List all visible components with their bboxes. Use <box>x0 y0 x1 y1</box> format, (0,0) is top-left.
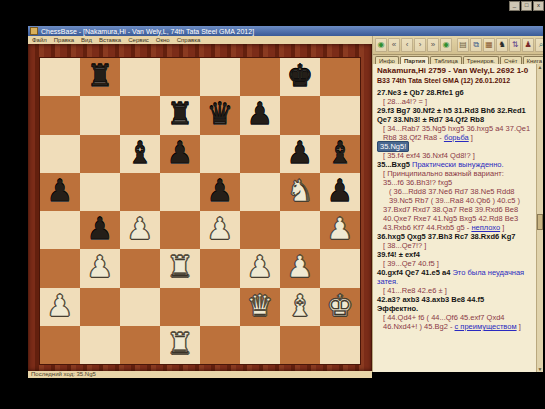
square-h3[interactable] <box>320 249 360 287</box>
square-h4[interactable]: ♟ <box>320 211 360 249</box>
notation-line: Эффектно. <box>377 304 534 313</box>
black-rook-d7[interactable]: ♜ <box>167 99 194 129</box>
square-e1[interactable] <box>200 326 240 364</box>
back-icon[interactable]: ‹ <box>401 38 413 52</box>
variation-text[interactable]: [ 28...a4!? = ] <box>383 97 427 106</box>
engine-icon[interactable]: ◉ <box>440 38 452 52</box>
annotation-link[interactable]: борьба <box>444 133 469 142</box>
square-e4[interactable]: ♟ <box>200 211 240 249</box>
square-d5[interactable] <box>160 173 200 211</box>
square-a3[interactable] <box>40 249 80 287</box>
white-rook-d3[interactable]: ♜ <box>167 252 194 282</box>
menu-item-Правка[interactable]: Правка <box>54 37 74 43</box>
square-b4[interactable]: ♟ <box>80 211 120 249</box>
comment-text[interactable]: Практически вынужденно. <box>412 160 504 169</box>
white-pawn-f3[interactable]: ♟ <box>247 252 274 282</box>
notation-scrollbar[interactable]: ▲ ▼ <box>536 64 543 372</box>
notation-line: 40.gxf4 Qe7 41.e5 a4 Это была неудачная … <box>377 268 534 286</box>
notation-line: [ 39...Qe7 40.f5 ] <box>377 259 534 268</box>
black-pawn-b4[interactable]: ♟ <box>87 214 114 244</box>
scroll-up-icon[interactable]: ▲ <box>537 64 543 70</box>
notation-panel: ◉«‹›»◉▤⧉▦♞⇅♟⌕✉⚑✦▭ ИнфоПартияТаблицаТрени… <box>372 36 543 372</box>
square-h2[interactable]: ♚ <box>320 288 360 326</box>
notation-line: ( 36...Rdd8 37.Ne6 Rd7 38.Ne5 Rdd8 39.Nc… <box>377 187 534 205</box>
black-pawn-e5[interactable]: ♟ <box>207 176 234 206</box>
notation-line: 27.Ne3 ± Qb7 28.Rfe1 g6 <box>377 88 534 97</box>
square-d3[interactable]: ♜ <box>160 249 200 287</box>
move-text[interactable]: 36.hxg5 Qxg5 37.Bh3 Rc7 38.Rxd6 Kg7 <box>377 232 515 241</box>
white-pawn-e4[interactable]: ♟ <box>207 214 234 244</box>
notation-line: 39.f4! ± exf4 <box>377 250 534 259</box>
square-f8[interactable] <box>240 58 280 96</box>
status-bar: Последний ход: 35.Ng5 <box>28 371 372 378</box>
variation-text[interactable]: 35...f6 36.Bh3!? fxg5 <box>383 178 452 187</box>
square-b8[interactable]: ♜ <box>80 58 120 96</box>
black-bishop-c6[interactable]: ♝ <box>127 138 154 168</box>
move-text[interactable]: 42.a3? axb3 43.axb3 Be8 44.f5 <box>377 295 484 304</box>
chess-board: ♜♚♜♛♟♝♟♟♝♟♟♞♟♟♟♟♟♟♜♟♟♟♛♝♚♜ <box>40 58 360 364</box>
move-text[interactable]: 40.gxf4 Qe7 41.e5 a4 <box>377 268 452 277</box>
variation-text[interactable]: [ 39...Qe7 40.f5 ] <box>383 259 439 268</box>
notation-line: [ 41...Re8 42.e6 ± ] <box>377 286 534 295</box>
black-king-g8[interactable]: ♚ <box>287 61 314 91</box>
close-button[interactable]: x <box>533 1 544 11</box>
white-pawn-g3[interactable]: ♟ <box>287 252 314 282</box>
flip-board-icon[interactable]: ⇅ <box>509 38 521 52</box>
square-g1[interactable] <box>280 326 320 364</box>
square-f3[interactable]: ♟ <box>240 249 280 287</box>
square-g5[interactable]: ♞ <box>280 173 320 211</box>
notation-line: 29.f3 Bg7 30.Nf2 ± h5 31.Rd3 Bh6 32.Red1… <box>377 106 534 124</box>
app-window: ChessBase - [Nakamura,Hi - Van Wely,L, 7… <box>0 0 545 409</box>
title-bar[interactable]: ChessBase - [Nakamura,Hi - Van Wely,L, 7… <box>28 26 543 36</box>
notation-line: 42.a3? axb3 43.axb3 Be8 44.f5 <box>377 295 534 304</box>
new-icon[interactable]: ▤ <box>457 38 469 52</box>
square-h1[interactable] <box>320 326 360 364</box>
notation-line: 35...Bxg5 Практически вынужденно. <box>377 160 534 169</box>
board-frame: ♜♚♜♛♟♝♟♟♝♟♟♞♟♟♟♟♟♟♜♟♟♟♛♝♚♜ <box>28 44 372 371</box>
square-c8[interactable] <box>120 58 160 96</box>
square-b7[interactable] <box>80 96 120 134</box>
square-c7[interactable] <box>120 96 160 134</box>
square-e8[interactable] <box>200 58 240 96</box>
square-h6[interactable]: ♝ <box>320 135 360 173</box>
notation-line: 35...f6 36.Bh3!? fxg5 <box>377 178 534 187</box>
minimize-button[interactable]: _ <box>509 1 520 11</box>
square-d8[interactable] <box>160 58 200 96</box>
square-b6[interactable] <box>80 135 120 173</box>
square-f1[interactable] <box>240 326 280 364</box>
square-d2[interactable] <box>160 288 200 326</box>
menu-item-Окно[interactable]: Окно <box>156 37 170 43</box>
black-pawn-h5[interactable]: ♟ <box>327 176 354 206</box>
square-h8[interactable] <box>320 58 360 96</box>
app-icon <box>30 27 38 35</box>
notation-line: [ 38...Qe7!? ] <box>377 241 534 250</box>
variation-text[interactable]: ] <box>469 133 473 142</box>
square-g6[interactable]: ♟ <box>280 135 320 173</box>
variation-text[interactable]: [ 38...Qe7!? ] <box>383 241 426 250</box>
white-king-h2[interactable]: ♚ <box>327 291 354 321</box>
scroll-down-icon[interactable]: ▼ <box>537 366 543 372</box>
move-text[interactable]: 27.Ne3 ± Qb7 28.Rfe1 g6 <box>377 88 464 97</box>
move-text[interactable]: 35...Bxg5 <box>377 160 412 169</box>
notation-area[interactable]: Nakamura,Hi 2759 - Van Wely,L 2692 1-0 B… <box>373 64 536 372</box>
maximize-button[interactable]: □ <box>521 1 532 11</box>
square-c1[interactable] <box>120 326 160 364</box>
square-h5[interactable]: ♟ <box>320 173 360 211</box>
black-rook-b8[interactable]: ♜ <box>87 61 114 91</box>
menu-item-Файл[interactable]: Файл <box>32 37 47 43</box>
variation-text[interactable]: ( 36...Rdd8 37.Ne6 Rd7 38.Ne5 Rdd8 39.Nc… <box>389 187 520 205</box>
notation-line: [ 44.Qd4+ f6 ( 44...Qf6 45.exf7 Qxd4 46.… <box>377 313 534 331</box>
square-c5[interactable] <box>120 173 160 211</box>
square-a1[interactable] <box>40 326 80 364</box>
variation-text[interactable]: [ Принципиально важный вариант: <box>383 169 504 178</box>
square-f7[interactable]: ♟ <box>240 96 280 134</box>
white-queen-f2[interactable]: ♛ <box>247 291 274 321</box>
go-start-icon[interactable]: « <box>388 38 400 52</box>
square-e7[interactable]: ♛ <box>200 96 240 134</box>
square-c6[interactable]: ♝ <box>120 135 160 173</box>
black-pawn-g6[interactable]: ♟ <box>287 138 314 168</box>
copy-icon[interactable]: ⧉ <box>470 38 482 52</box>
black-queen-e7[interactable]: ♛ <box>207 99 234 129</box>
white-rook-d1[interactable]: ♜ <box>167 329 194 359</box>
square-c4[interactable]: ♟ <box>120 211 160 249</box>
move-text[interactable]: 39.f4! ± exf4 <box>377 250 420 259</box>
square-b3[interactable]: ♟ <box>80 249 120 287</box>
move-text[interactable]: Эффектно. <box>377 304 418 313</box>
move-text[interactable]: 29.f3 Bg7 30.Nf2 ± h5 31.Rd3 Bh6 32.Red1… <box>377 106 526 124</box>
square-g2[interactable]: ♝ <box>280 288 320 326</box>
square-d4[interactable] <box>160 211 200 249</box>
square-f5[interactable] <box>240 173 280 211</box>
variation-text[interactable]: ] <box>500 223 504 232</box>
menu-item-Сервис[interactable]: Сервис <box>128 37 149 43</box>
notation-line: 35.Ng5! <box>377 142 534 151</box>
paste-icon[interactable]: ▦ <box>483 38 495 52</box>
square-g7[interactable] <box>280 96 320 134</box>
notation-line: 36.hxg5 Qxg5 37.Bh3 Rc7 38.Rxd6 Kg7 <box>377 232 534 241</box>
variation-text[interactable]: ] <box>517 322 521 331</box>
record-icon[interactable]: ◉ <box>375 38 387 52</box>
menu-item-Вид[interactable]: Вид <box>81 37 92 43</box>
notation-line: [ 35.f4 exf4 36.Nxf4 Qd8!? ] <box>377 151 534 160</box>
square-f6[interactable] <box>240 135 280 173</box>
square-f2[interactable]: ♛ <box>240 288 280 326</box>
white-pawn-b3[interactable]: ♟ <box>87 252 114 282</box>
annotation-link[interactable]: с преимуществом <box>455 322 517 331</box>
knight-icon[interactable]: ♞ <box>496 38 508 52</box>
square-f4[interactable] <box>240 211 280 249</box>
square-c3[interactable] <box>120 249 160 287</box>
game-header-event: B33 74th Tata Steel GMA (12) 26.01.2012 <box>377 76 534 85</box>
square-b1[interactable] <box>80 326 120 364</box>
status-text: Последний ход: 35.Ng5 <box>31 371 96 377</box>
menu-item-Вставка[interactable]: Вставка <box>99 37 121 43</box>
variation-text[interactable]: [ 41...Re8 42.e6 ± ] <box>383 286 447 295</box>
annotation-link[interactable]: неплохо <box>471 223 500 232</box>
square-e3[interactable] <box>200 249 240 287</box>
square-c2[interactable] <box>120 288 160 326</box>
square-d7[interactable]: ♜ <box>160 96 200 134</box>
white-knight-g5[interactable]: ♞ <box>287 176 314 206</box>
notation-moves: 27.Ne3 ± Qb7 28.Rfe1 g6[ 28...a4!? = ]29… <box>377 88 534 331</box>
notation-line: [ 34...Rab7 35.Ng5 hxg5 36.hxg5 a4 37.Qe… <box>377 124 534 142</box>
square-a7[interactable] <box>40 96 80 134</box>
square-g8[interactable]: ♚ <box>280 58 320 96</box>
square-d1[interactable]: ♜ <box>160 326 200 364</box>
black-bishop-h6[interactable]: ♝ <box>327 138 354 168</box>
notation-line: [ 28...a4!? = ] <box>377 97 534 106</box>
variation-text[interactable]: [ 35.f4 exf4 36.Nxf4 Qd8!? ] <box>383 151 475 160</box>
square-e2[interactable] <box>200 288 240 326</box>
white-pawn-h4[interactable]: ♟ <box>327 214 354 244</box>
window-controls: _ □ x <box>509 1 544 11</box>
square-h7[interactable] <box>320 96 360 134</box>
notation-line: 37.Bxd7 Rxd7 38.Qa7 Re8 39.Rxd6 Be8 40.Q… <box>377 205 534 232</box>
square-g3[interactable]: ♟ <box>280 249 320 287</box>
square-b5[interactable] <box>80 173 120 211</box>
white-bishop-g2[interactable]: ♝ <box>287 291 314 321</box>
game-header-players: Nakamura,Hi 2759 - Van Wely,L 2692 1-0 <box>377 66 534 76</box>
notation-line: [ Принципиально важный вариант: <box>377 169 534 178</box>
scrollbar-thumb[interactable] <box>537 214 543 230</box>
square-e6[interactable] <box>200 135 240 173</box>
square-a4[interactable] <box>40 211 80 249</box>
go-end-icon[interactable]: » <box>427 38 439 52</box>
white-pawn-a2[interactable]: ♟ <box>47 291 74 321</box>
square-b2[interactable] <box>80 288 120 326</box>
pawn-icon[interactable]: ♟ <box>522 38 534 52</box>
menu-bar: ФайлПравкаВидВставкаСервисОкноСправка <box>28 36 372 44</box>
square-a6[interactable] <box>40 135 80 173</box>
white-pawn-c4[interactable]: ♟ <box>127 214 154 244</box>
square-d6[interactable]: ♟ <box>160 135 200 173</box>
square-a2[interactable]: ♟ <box>40 288 80 326</box>
menu-item-Справка[interactable]: Справка <box>177 37 201 43</box>
toolbar: ◉«‹›»◉▤⧉▦♞⇅♟⌕✉⚑✦▭ <box>373 36 543 55</box>
search-icon[interactable]: ⌕ <box>535 38 543 52</box>
black-pawn-f7[interactable]: ♟ <box>247 99 274 129</box>
black-pawn-a5[interactable]: ♟ <box>47 176 74 206</box>
forward-icon[interactable]: › <box>414 38 426 52</box>
square-a5[interactable]: ♟ <box>40 173 80 211</box>
window-title: ChessBase - [Nakamura,Hi - Van Wely,L, 7… <box>41 28 254 35</box>
square-g4[interactable] <box>280 211 320 249</box>
square-e5[interactable]: ♟ <box>200 173 240 211</box>
square-a8[interactable] <box>40 58 80 96</box>
black-pawn-d6[interactable]: ♟ <box>167 138 194 168</box>
